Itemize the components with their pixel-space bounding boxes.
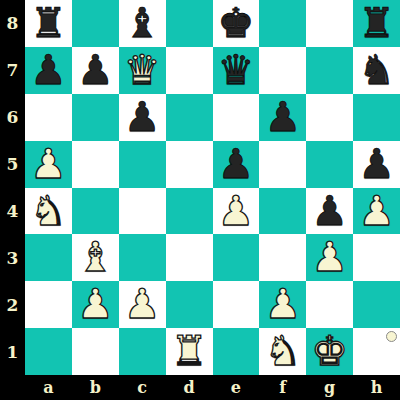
white-pawn-f2: ♟: [264, 281, 301, 328]
square-e3[interactable]: [213, 234, 260, 281]
chess-board-frame: 87654321 ♜♝♚♜♟♟♛♛♞♟♟♟♟♟♞♟♟♟♝♟♟♟♟♜♞♚ abcd…: [0, 0, 400, 400]
black-pawn-b7: ♟: [77, 47, 114, 94]
square-c5[interactable]: [119, 141, 166, 188]
square-g6[interactable]: [306, 94, 353, 141]
square-e7[interactable]: ♛: [213, 47, 260, 94]
square-g1[interactable]: ♚: [306, 328, 353, 375]
rank-label-5: 5: [0, 141, 25, 188]
square-f3[interactable]: [259, 234, 306, 281]
rank-label-4: 4: [0, 188, 25, 235]
white-queen-c7: ♛: [124, 47, 161, 94]
square-e5[interactable]: ♟: [213, 141, 260, 188]
file-label-c: c: [119, 375, 166, 400]
square-e8[interactable]: ♚: [213, 0, 260, 47]
square-e6[interactable]: [213, 94, 260, 141]
square-c3[interactable]: [119, 234, 166, 281]
square-d8[interactable]: [166, 0, 213, 47]
square-b7[interactable]: ♟: [72, 47, 119, 94]
square-a3[interactable]: [25, 234, 72, 281]
file-label-f: f: [259, 375, 306, 400]
black-pawn-a7: ♟: [30, 47, 67, 94]
black-pawn-c6: ♟: [124, 94, 161, 141]
square-b2[interactable]: ♟: [72, 281, 119, 328]
square-d6[interactable]: [166, 94, 213, 141]
square-d4[interactable]: [166, 188, 213, 235]
square-b8[interactable]: [72, 0, 119, 47]
black-pawn-f6: ♟: [264, 94, 301, 141]
rank-label-7: 7: [0, 47, 25, 94]
square-d5[interactable]: [166, 141, 213, 188]
square-f7[interactable]: [259, 47, 306, 94]
white-knight-f1: ♞: [264, 328, 301, 375]
square-g5[interactable]: [306, 141, 353, 188]
square-e1[interactable]: [213, 328, 260, 375]
square-g2[interactable]: [306, 281, 353, 328]
square-b5[interactable]: [72, 141, 119, 188]
file-label-b: b: [72, 375, 119, 400]
square-c1[interactable]: [119, 328, 166, 375]
square-g7[interactable]: [306, 47, 353, 94]
rank-label-1: 1: [0, 328, 25, 375]
square-e2[interactable]: [213, 281, 260, 328]
square-a8[interactable]: ♜: [25, 0, 72, 47]
square-h2[interactable]: [353, 281, 400, 328]
square-d7[interactable]: [166, 47, 213, 94]
black-rook-h8: ♜: [358, 0, 395, 47]
square-f1[interactable]: ♞: [259, 328, 306, 375]
square-c6[interactable]: ♟: [119, 94, 166, 141]
square-b6[interactable]: [72, 94, 119, 141]
rank-label-8: 8: [0, 0, 25, 47]
square-d1[interactable]: ♜: [166, 328, 213, 375]
white-bishop-b3: ♝: [77, 234, 114, 281]
square-h7[interactable]: ♞: [353, 47, 400, 94]
black-pawn-g4: ♟: [311, 188, 348, 235]
square-f2[interactable]: ♟: [259, 281, 306, 328]
square-h6[interactable]: [353, 94, 400, 141]
file-label-g: g: [306, 375, 353, 400]
square-a1[interactable]: [25, 328, 72, 375]
black-pawn-h5: ♟: [358, 141, 395, 188]
square-f8[interactable]: [259, 0, 306, 47]
white-to-move-indicator: [386, 331, 397, 342]
rank-label-2: 2: [0, 281, 25, 328]
square-h3[interactable]: [353, 234, 400, 281]
square-e4[interactable]: ♟: [213, 188, 260, 235]
white-king-g1: ♚: [311, 328, 348, 375]
file-label-a: a: [25, 375, 72, 400]
square-d2[interactable]: [166, 281, 213, 328]
square-a5[interactable]: ♟: [25, 141, 72, 188]
square-f5[interactable]: [259, 141, 306, 188]
rank-label-3: 3: [0, 234, 25, 281]
square-b1[interactable]: [72, 328, 119, 375]
white-pawn-h4: ♟: [358, 188, 395, 235]
black-rook-a8: ♜: [30, 0, 67, 47]
black-knight-h7: ♞: [358, 47, 395, 94]
rank-labels: 87654321: [0, 0, 25, 375]
white-pawn-g3: ♟: [311, 234, 348, 281]
square-d3[interactable]: [166, 234, 213, 281]
white-rook-d1: ♜: [171, 328, 208, 375]
file-label-h: h: [353, 375, 400, 400]
file-label-d: d: [166, 375, 213, 400]
chess-board: ♜♝♚♜♟♟♛♛♞♟♟♟♟♟♞♟♟♟♝♟♟♟♟♜♞♚: [25, 0, 400, 375]
white-knight-a4: ♞: [30, 188, 67, 235]
square-h5[interactable]: ♟: [353, 141, 400, 188]
white-pawn-c2: ♟: [124, 281, 161, 328]
square-a2[interactable]: [25, 281, 72, 328]
square-f6[interactable]: ♟: [259, 94, 306, 141]
square-a4[interactable]: ♞: [25, 188, 72, 235]
square-g4[interactable]: ♟: [306, 188, 353, 235]
square-c2[interactable]: ♟: [119, 281, 166, 328]
square-a6[interactable]: [25, 94, 72, 141]
square-h4[interactable]: ♟: [353, 188, 400, 235]
file-label-e: e: [213, 375, 260, 400]
black-king-e8: ♚: [218, 0, 255, 47]
white-pawn-e4: ♟: [218, 188, 255, 235]
black-queen-e7: ♛: [218, 47, 255, 94]
square-c8[interactable]: ♝: [119, 0, 166, 47]
square-h8[interactable]: ♜: [353, 0, 400, 47]
square-a7[interactable]: ♟: [25, 47, 72, 94]
black-pawn-e5: ♟: [218, 141, 255, 188]
square-g8[interactable]: [306, 0, 353, 47]
square-b4[interactable]: [72, 188, 119, 235]
square-f4[interactable]: [259, 188, 306, 235]
square-g3[interactable]: ♟: [306, 234, 353, 281]
white-pawn-a5: ♟: [30, 141, 67, 188]
black-bishop-c8: ♝: [124, 0, 161, 47]
white-pawn-b2: ♟: [77, 281, 114, 328]
rank-label-6: 6: [0, 94, 25, 141]
file-labels: abcdefgh: [25, 375, 400, 400]
square-b3[interactable]: ♝: [72, 234, 119, 281]
square-c4[interactable]: [119, 188, 166, 235]
square-c7[interactable]: ♛: [119, 47, 166, 94]
